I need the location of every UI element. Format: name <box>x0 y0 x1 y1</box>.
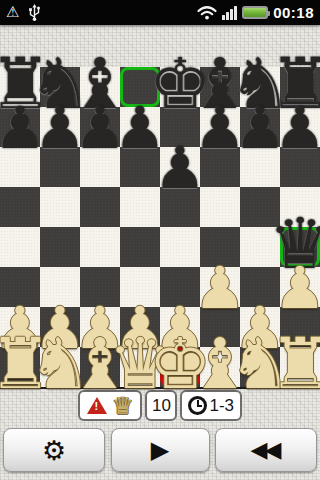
battery-icon <box>242 6 268 19</box>
piece-white-rook-h1[interactable]: ♜ <box>280 347 320 387</box>
status-clock: 00:18 <box>273 4 314 21</box>
status-right-icons: 00:18 <box>197 4 314 21</box>
usb-icon <box>28 4 41 22</box>
rewind-button[interactable]: ◀◀ <box>215 428 317 472</box>
status-left-icons: ⚠ <box>6 4 41 22</box>
play-button[interactable]: ▶ <box>111 428 210 472</box>
piece-glyph: ♜ <box>269 329 320 399</box>
control-bar: ⚙ ▶ ◀◀ <box>0 428 320 472</box>
rewind-icon: ◀◀ <box>251 439 282 461</box>
signal-strength-icon <box>222 6 237 20</box>
status-bar: ⚠ 00:18 <box>0 0 320 25</box>
app-screen: ⚠ 00:18 <box>0 0 320 480</box>
warning-icon: ⚠ <box>6 5 19 20</box>
chess-board[interactable]: ♜♞♝♚♝♞♜♟♟♟♟♟♟♟♟♛♟♟♟♟♟♟♟♟♜♞♝♛♚♝♞♜ <box>0 67 320 387</box>
board-pieces-layer: ♜♞♝♚♝♞♜♟♟♟♟♟♟♟♟♛♟♟♟♟♟♟♟♟♜♞♝♛♚♝♞♜ <box>0 67 320 387</box>
play-icon: ▶ <box>151 438 169 462</box>
settings-button[interactable]: ⚙ <box>3 428 105 472</box>
piece-black-pawn-e6[interactable]: ♟ <box>160 147 200 187</box>
piece-white-pawn-h3[interactable]: ♟ <box>280 267 320 307</box>
piece-glyph: ♟ <box>154 139 206 197</box>
piece-glyph: ♟ <box>274 99 320 157</box>
piece-black-pawn-h7[interactable]: ♟ <box>280 107 320 147</box>
wifi-icon <box>197 5 217 20</box>
gear-icon: ⚙ <box>42 437 66 464</box>
